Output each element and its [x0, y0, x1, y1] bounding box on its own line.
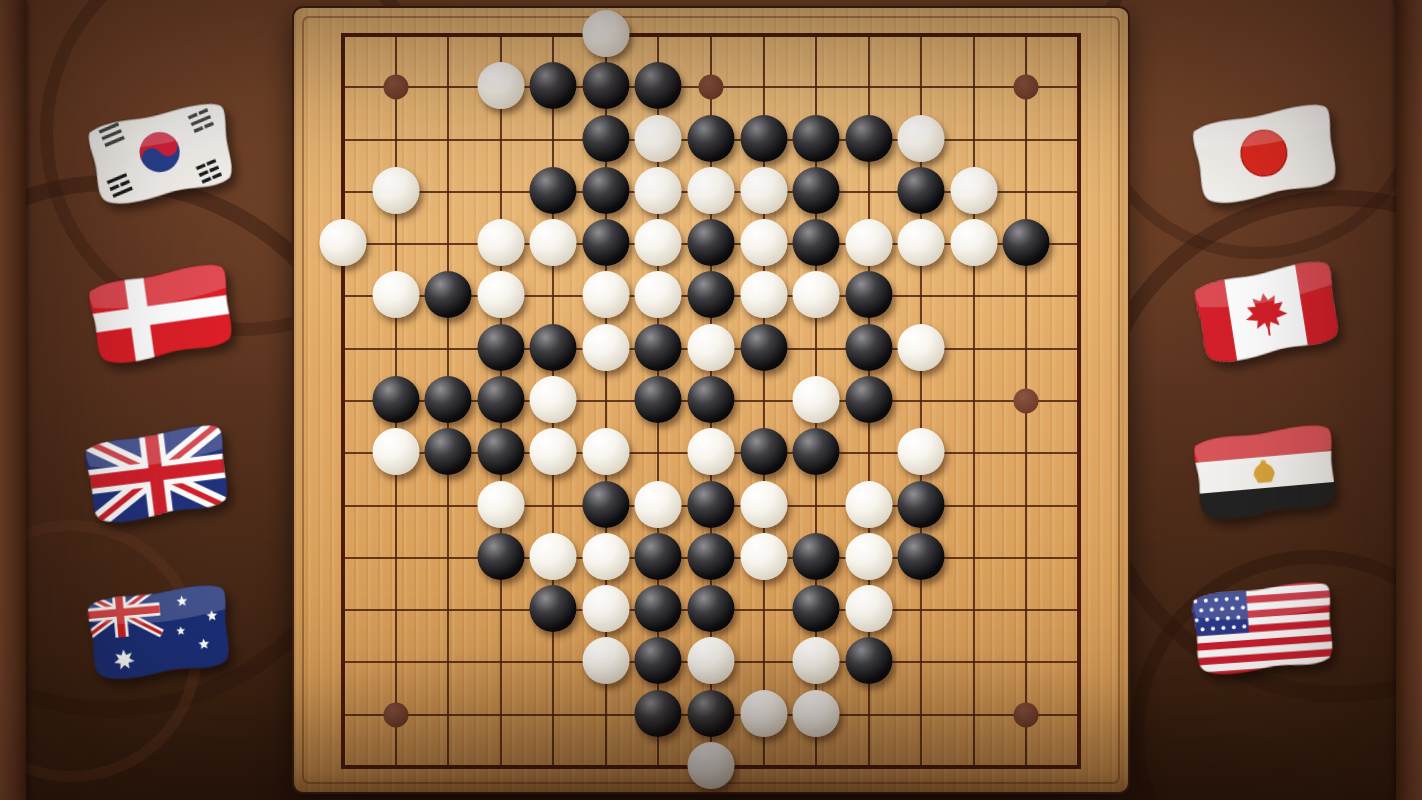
stone-black[interactable]: [530, 167, 577, 214]
stone-black[interactable]: [635, 376, 682, 423]
stone-white[interactable]: [898, 324, 945, 371]
stone-white[interactable]: [530, 533, 577, 580]
stone-black[interactable]: [845, 376, 892, 423]
stone-black[interactable]: [635, 690, 682, 737]
flag-south-korea-icon[interactable]: [77, 95, 242, 214]
stone-white[interactable]: [372, 428, 419, 475]
stone-white[interactable]: [582, 324, 629, 371]
stone-white[interactable]: [687, 167, 734, 214]
star-point: [383, 75, 408, 100]
stone-white[interactable]: [530, 428, 577, 475]
flag-canada-icon[interactable]: [1183, 253, 1348, 372]
stone-white[interactable]: [582, 533, 629, 580]
stone-black[interactable]: [687, 481, 734, 528]
stone-black[interactable]: [793, 167, 840, 214]
stone-black[interactable]: [635, 62, 682, 109]
stone-white[interactable]: [635, 219, 682, 266]
stone-black[interactable]: [477, 533, 524, 580]
stone-black[interactable]: [898, 167, 945, 214]
stone-white[interactable]: [477, 62, 524, 109]
stone-white[interactable]: [530, 219, 577, 266]
stone-black[interactable]: [635, 585, 682, 632]
stone-black[interactable]: [845, 324, 892, 371]
stone-white[interactable]: [793, 376, 840, 423]
stone-black[interactable]: [635, 324, 682, 371]
stone-black[interactable]: [687, 690, 734, 737]
stone-black[interactable]: [845, 272, 892, 319]
stone-white[interactable]: [845, 481, 892, 528]
stone-black[interactable]: [793, 585, 840, 632]
stone-black[interactable]: [793, 533, 840, 580]
stone-black[interactable]: [582, 167, 629, 214]
stone-black[interactable]: [477, 324, 524, 371]
stone-white[interactable]: [582, 428, 629, 475]
stone-white[interactable]: [740, 167, 787, 214]
stone-white[interactable]: [793, 638, 840, 685]
stone-black[interactable]: [793, 219, 840, 266]
star-point: [1014, 702, 1039, 727]
stone-black[interactable]: [425, 272, 472, 319]
stone-white[interactable]: [845, 219, 892, 266]
stone-white[interactable]: [687, 742, 734, 789]
star-point: [1014, 75, 1039, 100]
stone-white[interactable]: [635, 481, 682, 528]
stone-white[interactable]: [687, 638, 734, 685]
stone-black[interactable]: [582, 62, 629, 109]
stone-white[interactable]: [687, 428, 734, 475]
stone-black[interactable]: [740, 324, 787, 371]
stone-white[interactable]: [320, 219, 367, 266]
stone-white[interactable]: [477, 219, 524, 266]
flag-japan-icon[interactable]: [1182, 96, 1346, 212]
stone-black[interactable]: [793, 428, 840, 475]
stone-white[interactable]: [793, 690, 840, 737]
stone-white[interactable]: [635, 167, 682, 214]
stone-black[interactable]: [425, 428, 472, 475]
stone-white[interactable]: [793, 272, 840, 319]
stone-white[interactable]: [740, 690, 787, 737]
stone-black[interactable]: [793, 115, 840, 162]
flag-australia-icon[interactable]: [78, 578, 238, 687]
stone-white[interactable]: [372, 167, 419, 214]
star-point: [383, 702, 408, 727]
stone-black[interactable]: [687, 376, 734, 423]
stone-white[interactable]: [740, 481, 787, 528]
stone-white[interactable]: [950, 219, 997, 266]
stone-black[interactable]: [687, 272, 734, 319]
stone-white[interactable]: [582, 638, 629, 685]
stone-black[interactable]: [898, 533, 945, 580]
stone-white[interactable]: [687, 324, 734, 371]
stone-white[interactable]: [635, 115, 682, 162]
stone-black[interactable]: [582, 481, 629, 528]
stone-black[interactable]: [845, 115, 892, 162]
stone-black[interactable]: [687, 533, 734, 580]
stone-black[interactable]: [898, 481, 945, 528]
stone-black[interactable]: [477, 376, 524, 423]
stone-white[interactable]: [530, 376, 577, 423]
grid-line-vertical: [973, 35, 975, 767]
stone-white[interactable]: [845, 585, 892, 632]
flag-denmark-icon[interactable]: [78, 256, 242, 372]
stone-black[interactable]: [530, 62, 577, 109]
stone-black[interactable]: [687, 585, 734, 632]
stone-white[interactable]: [477, 272, 524, 319]
stone-white[interactable]: [372, 272, 419, 319]
stone-black[interactable]: [740, 428, 787, 475]
stone-black[interactable]: [530, 324, 577, 371]
stone-white[interactable]: [582, 10, 629, 57]
stone-white[interactable]: [635, 272, 682, 319]
stone-white[interactable]: [740, 272, 787, 319]
stone-black[interactable]: [582, 115, 629, 162]
stone-black[interactable]: [530, 585, 577, 632]
stone-black[interactable]: [372, 376, 419, 423]
stone-black[interactable]: [845, 638, 892, 685]
stone-white[interactable]: [582, 272, 629, 319]
stone-white[interactable]: [740, 533, 787, 580]
stone-white[interactable]: [950, 167, 997, 214]
stone-white[interactable]: [898, 219, 945, 266]
stone-white[interactable]: [845, 533, 892, 580]
stone-black[interactable]: [740, 115, 787, 162]
stone-black[interactable]: [582, 219, 629, 266]
left-edge-trim: [0, 0, 26, 800]
star-point: [698, 75, 723, 100]
right-edge-trim: [1396, 0, 1422, 800]
stone-black[interactable]: [635, 533, 682, 580]
stone-white[interactable]: [740, 219, 787, 266]
stone-white[interactable]: [582, 585, 629, 632]
star-point: [1014, 389, 1039, 414]
stone-black[interactable]: [425, 376, 472, 423]
flag-egypt-icon[interactable]: [1184, 418, 1344, 527]
stone-black[interactable]: [687, 115, 734, 162]
flag-united-kingdom-icon[interactable]: [75, 417, 238, 531]
stone-white[interactable]: [898, 115, 945, 162]
stone-black[interactable]: [687, 219, 734, 266]
flag-united-states-icon[interactable]: [1183, 575, 1341, 681]
stone-black[interactable]: [1003, 219, 1050, 266]
stone-black[interactable]: [477, 428, 524, 475]
stone-black[interactable]: [635, 638, 682, 685]
stone-white[interactable]: [477, 481, 524, 528]
stone-white[interactable]: [898, 428, 945, 475]
game-screen: [0, 0, 1422, 800]
go-board[interactable]: [292, 6, 1130, 794]
